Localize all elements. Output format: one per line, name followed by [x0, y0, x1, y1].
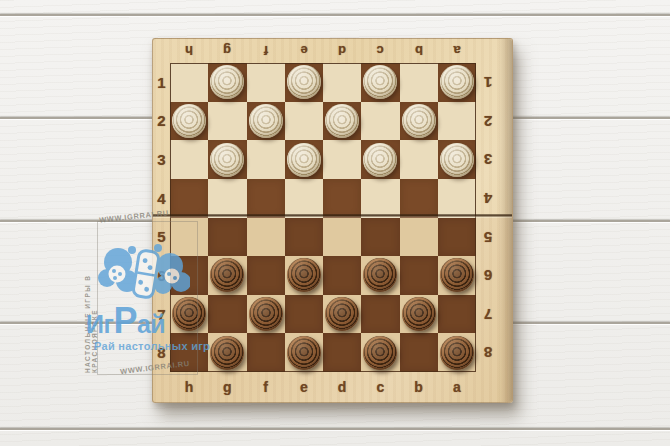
dark-checker-a8[interactable] — [440, 336, 474, 370]
coordinate-label: c — [361, 39, 399, 63]
white-checker-c3[interactable] — [363, 143, 397, 177]
coordinate-label: h — [170, 39, 208, 63]
dark-checker-e6[interactable] — [287, 258, 321, 292]
coordinate-label: e — [285, 372, 323, 402]
coordinate-label: 4 — [153, 179, 170, 218]
square-h3[interactable] — [170, 140, 208, 179]
square-c4[interactable] — [361, 179, 399, 218]
square-a1[interactable] — [438, 63, 476, 102]
dark-checker-g8[interactable] — [210, 336, 244, 370]
coordinate-label: 8 — [153, 333, 170, 372]
square-f1[interactable] — [247, 63, 285, 102]
file-labels-bottom: hgfedcba — [170, 372, 476, 402]
square-e5[interactable] — [285, 218, 323, 257]
square-e6[interactable] — [285, 256, 323, 295]
rank-labels-right: 12345678 — [477, 63, 499, 372]
coordinate-label: b — [400, 372, 438, 402]
coordinate-label: c — [361, 372, 399, 402]
square-b1[interactable] — [400, 63, 438, 102]
square-g7[interactable] — [208, 295, 246, 334]
coordinate-label: a — [438, 372, 476, 402]
square-g1[interactable] — [208, 63, 246, 102]
photo-scene: hgfedcba 12345678 12345678 hgfedcba WWW.… — [0, 0, 670, 446]
white-checker-h2[interactable] — [172, 104, 206, 138]
square-e8[interactable] — [285, 333, 323, 372]
white-checker-a1[interactable] — [440, 65, 474, 99]
square-e7[interactable] — [285, 295, 323, 334]
coordinate-label: 6 — [153, 256, 170, 295]
plank-seam — [0, 428, 670, 430]
square-b7[interactable] — [400, 295, 438, 334]
square-d8[interactable] — [323, 333, 361, 372]
square-h6[interactable] — [170, 256, 208, 295]
coordinate-label: h — [170, 372, 208, 402]
square-c1[interactable] — [361, 63, 399, 102]
square-f3[interactable] — [247, 140, 285, 179]
square-c6[interactable] — [361, 256, 399, 295]
white-checker-f2[interactable] — [249, 104, 283, 138]
white-checker-e3[interactable] — [287, 143, 321, 177]
square-h5[interactable] — [170, 218, 208, 257]
square-b2[interactable] — [400, 102, 438, 141]
dark-checker-a6[interactable] — [440, 258, 474, 292]
rank-labels-left: 12345678 — [153, 63, 170, 372]
white-checker-g3[interactable] — [210, 143, 244, 177]
square-c2[interactable] — [361, 102, 399, 141]
square-g4[interactable] — [208, 179, 246, 218]
square-g6[interactable] — [208, 256, 246, 295]
dark-checker-d7[interactable] — [325, 297, 359, 331]
square-d1[interactable] — [323, 63, 361, 102]
square-d3[interactable] — [323, 140, 361, 179]
coordinate-label: 5 — [153, 218, 170, 257]
square-h7[interactable] — [170, 295, 208, 334]
square-b6[interactable] — [400, 256, 438, 295]
square-c7[interactable] — [361, 295, 399, 334]
coordinate-label: b — [400, 39, 438, 63]
coordinate-label: d — [323, 39, 361, 63]
coordinate-label: f — [247, 372, 285, 402]
square-e2[interactable] — [285, 102, 323, 141]
square-g3[interactable] — [208, 140, 246, 179]
coordinate-label: g — [208, 372, 246, 402]
square-a5[interactable] — [438, 218, 476, 257]
square-f8[interactable] — [247, 333, 285, 372]
dark-checker-g6[interactable] — [210, 258, 244, 292]
square-c3[interactable] — [361, 140, 399, 179]
file-labels-top: hgfedcba — [170, 39, 476, 63]
square-f4[interactable] — [247, 179, 285, 218]
square-b4[interactable] — [400, 179, 438, 218]
coordinate-label: e — [285, 39, 323, 63]
square-d4[interactable] — [323, 179, 361, 218]
square-a6[interactable] — [438, 256, 476, 295]
square-a8[interactable] — [438, 333, 476, 372]
square-d2[interactable] — [323, 102, 361, 141]
square-h1[interactable] — [170, 63, 208, 102]
checkers-board: hgfedcba 12345678 12345678 hgfedcba — [152, 38, 513, 403]
coordinate-label: 6 — [477, 256, 499, 295]
square-h2[interactable] — [170, 102, 208, 141]
square-b5[interactable] — [400, 218, 438, 257]
coordinate-label: 5 — [477, 218, 499, 257]
square-a4[interactable] — [438, 179, 476, 218]
square-h8[interactable] — [170, 333, 208, 372]
square-e3[interactable] — [285, 140, 323, 179]
coordinate-label: 3 — [477, 140, 499, 179]
coordinate-label: 8 — [477, 333, 499, 372]
board-grid — [170, 63, 476, 372]
square-g2[interactable] — [208, 102, 246, 141]
square-g8[interactable] — [208, 333, 246, 372]
coordinate-label: 7 — [153, 295, 170, 334]
coordinate-label: 3 — [153, 140, 170, 179]
square-e1[interactable] — [285, 63, 323, 102]
coordinate-label: a — [438, 39, 476, 63]
square-f6[interactable] — [247, 256, 285, 295]
square-c8[interactable] — [361, 333, 399, 372]
dark-checker-c6[interactable] — [363, 258, 397, 292]
square-b3[interactable] — [400, 140, 438, 179]
coordinate-label: 1 — [477, 63, 499, 102]
dark-checker-f7[interactable] — [249, 297, 283, 331]
white-checker-b2[interactable] — [402, 104, 436, 138]
coordinate-label: 2 — [477, 102, 499, 141]
coordinate-label: 2 — [153, 102, 170, 141]
coordinate-label: f — [247, 39, 285, 63]
white-checker-a3[interactable] — [440, 143, 474, 177]
square-c5[interactable] — [361, 218, 399, 257]
dark-checker-b7[interactable] — [402, 297, 436, 331]
plank-seam — [0, 14, 670, 16]
coordinate-label: 7 — [477, 295, 499, 334]
square-f2[interactable] — [247, 102, 285, 141]
square-d6[interactable] — [323, 256, 361, 295]
square-f7[interactable] — [247, 295, 285, 334]
white-checker-e1[interactable] — [287, 65, 321, 99]
white-checker-g1[interactable] — [210, 65, 244, 99]
square-h4[interactable] — [170, 179, 208, 218]
coordinate-label: g — [208, 39, 246, 63]
white-checker-d2[interactable] — [325, 104, 359, 138]
coordinate-label: d — [323, 372, 361, 402]
coordinate-label: 1 — [153, 63, 170, 102]
dark-checker-e8[interactable] — [287, 336, 321, 370]
dark-checker-h7[interactable] — [172, 297, 206, 331]
square-a7[interactable] — [438, 295, 476, 334]
square-d5[interactable] — [323, 218, 361, 257]
square-g5[interactable] — [208, 218, 246, 257]
dark-checker-c8[interactable] — [363, 336, 397, 370]
square-f5[interactable] — [247, 218, 285, 257]
square-a2[interactable] — [438, 102, 476, 141]
coordinate-label: 4 — [477, 179, 499, 218]
square-a3[interactable] — [438, 140, 476, 179]
square-b8[interactable] — [400, 333, 438, 372]
square-e4[interactable] — [285, 179, 323, 218]
square-d7[interactable] — [323, 295, 361, 334]
white-checker-c1[interactable] — [363, 65, 397, 99]
